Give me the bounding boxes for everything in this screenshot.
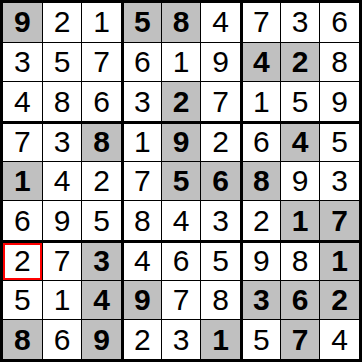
cell-r8c4[interactable]: 9 [122,281,161,320]
cell-r5c8[interactable]: 9 [281,162,320,201]
cell-r8c9[interactable]: 2 [320,281,359,320]
cell-r3c6[interactable]: 7 [201,82,240,121]
cell-r5c9[interactable]: 3 [320,162,359,201]
cell-r5c3[interactable]: 2 [82,162,121,201]
cell-r2c6[interactable]: 9 [201,43,240,82]
cell-r6c4[interactable]: 8 [122,201,161,240]
cell-r9c6[interactable]: 1 [201,320,240,359]
cell-r9c8[interactable]: 7 [281,320,320,359]
cell-r8c7[interactable]: 3 [241,281,280,320]
cell-r7c9[interactable]: 1 [320,241,359,280]
sudoku-board-frame: 9215847363576194284863271597381926451427… [0,0,362,362]
cell-r3c7[interactable]: 1 [241,82,280,121]
cell-r4c8[interactable]: 4 [281,122,320,161]
cell-r9c3[interactable]: 9 [82,320,121,359]
cell-r3c5[interactable]: 2 [162,82,201,121]
cell-r2c1[interactable]: 3 [3,43,42,82]
cell-r2c8[interactable]: 2 [281,43,320,82]
cell-r7c4[interactable]: 4 [122,241,161,280]
cell-r5c5[interactable]: 5 [162,162,201,201]
sudoku-board: 9215847363576194284863271597381926451427… [3,3,359,359]
cell-r1c8[interactable]: 3 [281,3,320,42]
cell-r4c1[interactable]: 7 [3,122,42,161]
cell-r3c3[interactable]: 6 [82,82,121,121]
cell-r9c7[interactable]: 5 [241,320,280,359]
cell-r1c3[interactable]: 1 [82,3,121,42]
cell-r4c5[interactable]: 9 [162,122,201,161]
cell-r6c7[interactable]: 2 [241,201,280,240]
cell-r7c3[interactable]: 3 [82,241,121,280]
cell-r8c5[interactable]: 7 [162,281,201,320]
cell-r9c1[interactable]: 8 [3,320,42,359]
cell-r3c8[interactable]: 5 [281,82,320,121]
cell-r9c2[interactable]: 6 [43,320,82,359]
cell-r3c2[interactable]: 8 [43,82,82,121]
cell-r6c8[interactable]: 1 [281,201,320,240]
cell-r7c6[interactable]: 5 [201,241,240,280]
cell-r2c5[interactable]: 1 [162,43,201,82]
cell-r7c1-selected[interactable]: 2 [3,241,42,280]
cell-r1c9[interactable]: 6 [320,3,359,42]
cell-r1c1[interactable]: 9 [3,3,42,42]
cell-r8c6[interactable]: 8 [201,281,240,320]
cell-r5c2[interactable]: 4 [43,162,82,201]
cell-r1c6[interactable]: 4 [201,3,240,42]
cell-r7c5[interactable]: 6 [162,241,201,280]
cell-r9c5[interactable]: 3 [162,320,201,359]
cell-r8c1[interactable]: 5 [3,281,42,320]
cell-r9c4[interactable]: 2 [122,320,161,359]
cell-r6c2[interactable]: 9 [43,201,82,240]
cell-r7c8[interactable]: 8 [281,241,320,280]
cell-r1c7[interactable]: 7 [241,3,280,42]
cell-r2c3[interactable]: 7 [82,43,121,82]
cell-r3c9[interactable]: 9 [320,82,359,121]
cell-r4c2[interactable]: 3 [43,122,82,161]
cell-r1c2[interactable]: 2 [43,3,82,42]
cell-r8c2[interactable]: 1 [43,281,82,320]
cell-r4c7[interactable]: 6 [241,122,280,161]
cell-r4c6[interactable]: 2 [201,122,240,161]
cell-r6c3[interactable]: 5 [82,201,121,240]
cell-r4c9[interactable]: 5 [320,122,359,161]
cell-r1c5[interactable]: 8 [162,3,201,42]
cell-r5c7[interactable]: 8 [241,162,280,201]
cell-r1c4[interactable]: 5 [122,3,161,42]
cell-r8c8[interactable]: 6 [281,281,320,320]
cell-r3c4[interactable]: 3 [122,82,161,121]
cell-r2c7[interactable]: 4 [241,43,280,82]
cell-r8c3[interactable]: 4 [82,281,121,320]
cell-r6c5[interactable]: 4 [162,201,201,240]
cell-r2c9[interactable]: 8 [320,43,359,82]
cell-r3c1[interactable]: 4 [3,82,42,121]
cell-r5c1[interactable]: 1 [3,162,42,201]
cell-r5c6[interactable]: 6 [201,162,240,201]
cell-r5c4[interactable]: 7 [122,162,161,201]
cell-r6c1[interactable]: 6 [3,201,42,240]
cell-r9c9[interactable]: 4 [320,320,359,359]
cell-r4c3[interactable]: 8 [82,122,121,161]
cell-r6c6[interactable]: 3 [201,201,240,240]
cell-r7c2[interactable]: 7 [43,241,82,280]
cell-r2c2[interactable]: 5 [43,43,82,82]
cell-r6c9[interactable]: 7 [320,201,359,240]
cell-r4c4[interactable]: 1 [122,122,161,161]
cell-r2c4[interactable]: 6 [122,43,161,82]
cell-r7c7[interactable]: 9 [241,241,280,280]
